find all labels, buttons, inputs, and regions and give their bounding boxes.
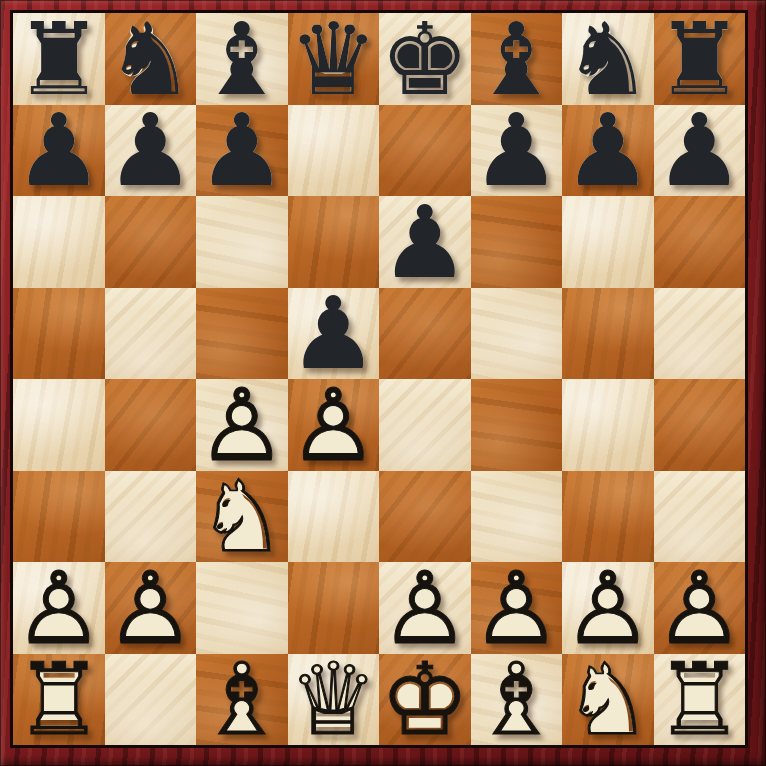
square-f1[interactable]: ♝♗ xyxy=(471,654,563,746)
square-d1[interactable]: ♛♕ xyxy=(288,654,380,746)
piece-white-pawn-h2[interactable]: ♟♙ xyxy=(654,562,746,654)
square-f7[interactable]: ♙♟ xyxy=(471,105,563,197)
square-d5[interactable]: ♙♟ xyxy=(288,288,380,380)
white-bishop-glyph: ♗ xyxy=(196,655,288,746)
square-g6[interactable] xyxy=(562,196,654,288)
white-bishop-glyph: ♗ xyxy=(471,655,563,746)
white-pawn-glyph: ♙ xyxy=(288,380,380,471)
square-e3[interactable] xyxy=(379,471,471,563)
white-rook-glyph: ♖ xyxy=(13,655,105,746)
black-bishop-glyph: ♝ xyxy=(471,14,563,105)
black-pawn-glyph: ♟ xyxy=(13,106,105,197)
square-a3[interactable] xyxy=(13,471,105,563)
square-h1[interactable]: ♜♖ xyxy=(654,654,746,746)
piece-black-pawn-g7[interactable]: ♙♟ xyxy=(562,105,654,197)
piece-black-rook-h8[interactable]: ♖♜ xyxy=(654,13,746,105)
piece-black-bishop-f8[interactable]: ♗♝ xyxy=(471,13,563,105)
piece-white-pawn-c4[interactable]: ♟♙ xyxy=(196,379,288,471)
white-knight-glyph: ♘ xyxy=(196,472,288,563)
black-knight-glyph: ♞ xyxy=(105,14,197,105)
square-f2[interactable]: ♟♙ xyxy=(471,562,563,654)
black-queen-glyph: ♛ xyxy=(288,14,380,105)
black-rook-glyph: ♜ xyxy=(654,14,746,105)
square-d2[interactable] xyxy=(288,562,380,654)
piece-black-pawn-f7[interactable]: ♙♟ xyxy=(471,105,563,197)
square-h4[interactable] xyxy=(654,379,746,471)
piece-black-pawn-a7[interactable]: ♙♟ xyxy=(13,105,105,197)
square-c3[interactable]: ♞♘ xyxy=(196,471,288,563)
black-knight-glyph: ♞ xyxy=(562,14,654,105)
square-b7[interactable]: ♙♟ xyxy=(105,105,197,197)
white-knight-glyph: ♘ xyxy=(562,655,654,746)
piece-black-rook-a8[interactable]: ♖♜ xyxy=(13,13,105,105)
square-c2[interactable] xyxy=(196,562,288,654)
piece-white-rook-h1[interactable]: ♜♖ xyxy=(654,654,746,746)
piece-white-rook-a1[interactable]: ♜♖ xyxy=(13,654,105,746)
black-pawn-glyph: ♟ xyxy=(196,106,288,197)
square-a5[interactable] xyxy=(13,288,105,380)
square-h8[interactable]: ♖♜ xyxy=(654,13,746,105)
piece-black-pawn-h7[interactable]: ♙♟ xyxy=(654,105,746,197)
square-c6[interactable] xyxy=(196,196,288,288)
square-f5[interactable] xyxy=(471,288,563,380)
square-g2[interactable]: ♟♙ xyxy=(562,562,654,654)
square-a7[interactable]: ♙♟ xyxy=(13,105,105,197)
square-g8[interactable]: ♘♞ xyxy=(562,13,654,105)
square-c5[interactable] xyxy=(196,288,288,380)
square-b2[interactable]: ♟♙ xyxy=(105,562,197,654)
square-b6[interactable] xyxy=(105,196,197,288)
square-c4[interactable]: ♟♙ xyxy=(196,379,288,471)
piece-white-pawn-d4[interactable]: ♟♙ xyxy=(288,379,380,471)
square-a4[interactable] xyxy=(13,379,105,471)
piece-white-king-e1[interactable]: ♚♔ xyxy=(379,654,471,746)
square-e2[interactable]: ♟♙ xyxy=(379,562,471,654)
square-d6[interactable] xyxy=(288,196,380,288)
square-g1[interactable]: ♞♘ xyxy=(562,654,654,746)
black-king-glyph: ♚ xyxy=(379,14,471,105)
piece-white-queen-d1[interactable]: ♛♕ xyxy=(288,654,380,746)
square-h7[interactable]: ♙♟ xyxy=(654,105,746,197)
black-bishop-glyph: ♝ xyxy=(196,14,288,105)
square-a2[interactable]: ♟♙ xyxy=(13,562,105,654)
piece-black-pawn-c7[interactable]: ♙♟ xyxy=(196,105,288,197)
black-pawn-glyph: ♟ xyxy=(654,106,746,197)
piece-white-pawn-f2[interactable]: ♟♙ xyxy=(471,562,563,654)
piece-black-bishop-c8[interactable]: ♗♝ xyxy=(196,13,288,105)
square-c1[interactable]: ♝♗ xyxy=(196,654,288,746)
piece-white-bishop-c1[interactable]: ♝♗ xyxy=(196,654,288,746)
piece-white-bishop-f1[interactable]: ♝♗ xyxy=(471,654,563,746)
white-king-glyph: ♔ xyxy=(379,655,471,746)
square-f6[interactable] xyxy=(471,196,563,288)
square-e6[interactable]: ♙♟ xyxy=(379,196,471,288)
square-h5[interactable] xyxy=(654,288,746,380)
chess-board-frame: ♖♜♘♞♗♝♕♛♔♚♗♝♘♞♖♜♙♟♙♟♙♟♙♟♙♟♙♟♙♟♙♟♟♙♟♙♞♘♟♙… xyxy=(0,0,766,766)
square-b5[interactable] xyxy=(105,288,197,380)
square-d3[interactable] xyxy=(288,471,380,563)
piece-white-pawn-b2[interactable]: ♟♙ xyxy=(105,562,197,654)
piece-black-pawn-e6[interactable]: ♙♟ xyxy=(379,196,471,288)
piece-black-knight-b8[interactable]: ♘♞ xyxy=(105,13,197,105)
square-h2[interactable]: ♟♙ xyxy=(654,562,746,654)
piece-white-pawn-e2[interactable]: ♟♙ xyxy=(379,562,471,654)
piece-white-pawn-g2[interactable]: ♟♙ xyxy=(562,562,654,654)
piece-white-knight-g1[interactable]: ♞♘ xyxy=(562,654,654,746)
square-e4[interactable] xyxy=(379,379,471,471)
square-h6[interactable] xyxy=(654,196,746,288)
square-c7[interactable]: ♙♟ xyxy=(196,105,288,197)
white-pawn-glyph: ♙ xyxy=(13,563,105,654)
square-e1[interactable]: ♚♔ xyxy=(379,654,471,746)
square-f8[interactable]: ♗♝ xyxy=(471,13,563,105)
square-b8[interactable]: ♘♞ xyxy=(105,13,197,105)
square-a6[interactable] xyxy=(13,196,105,288)
square-f3[interactable] xyxy=(471,471,563,563)
piece-white-knight-c3[interactable]: ♞♘ xyxy=(196,471,288,563)
piece-black-pawn-b7[interactable]: ♙♟ xyxy=(105,105,197,197)
piece-black-queen-d8[interactable]: ♕♛ xyxy=(288,13,380,105)
square-g7[interactable]: ♙♟ xyxy=(562,105,654,197)
black-rook-glyph: ♜ xyxy=(13,14,105,105)
white-pawn-glyph: ♙ xyxy=(471,563,563,654)
piece-black-pawn-d5[interactable]: ♙♟ xyxy=(288,288,380,380)
piece-white-pawn-a2[interactable]: ♟♙ xyxy=(13,562,105,654)
square-f4[interactable] xyxy=(471,379,563,471)
square-b3[interactable] xyxy=(105,471,197,563)
square-d8[interactable]: ♕♛ xyxy=(288,13,380,105)
square-a1[interactable]: ♜♖ xyxy=(13,654,105,746)
square-g5[interactable] xyxy=(562,288,654,380)
black-pawn-glyph: ♟ xyxy=(288,289,380,380)
square-e7[interactable] xyxy=(379,105,471,197)
white-pawn-glyph: ♙ xyxy=(196,380,288,471)
black-pawn-glyph: ♟ xyxy=(562,106,654,197)
black-pawn-glyph: ♟ xyxy=(471,106,563,197)
square-d7[interactable] xyxy=(288,105,380,197)
square-b4[interactable] xyxy=(105,379,197,471)
square-e8[interactable]: ♔♚ xyxy=(379,13,471,105)
square-g4[interactable] xyxy=(562,379,654,471)
chess-board: ♖♜♘♞♗♝♕♛♔♚♗♝♘♞♖♜♙♟♙♟♙♟♙♟♙♟♙♟♙♟♙♟♟♙♟♙♞♘♟♙… xyxy=(10,10,748,748)
square-a8[interactable]: ♖♜ xyxy=(13,13,105,105)
black-pawn-glyph: ♟ xyxy=(379,197,471,288)
square-b1[interactable] xyxy=(105,654,197,746)
white-rook-glyph: ♖ xyxy=(654,655,746,746)
piece-black-knight-g8[interactable]: ♘♞ xyxy=(562,13,654,105)
white-queen-glyph: ♕ xyxy=(288,655,380,746)
square-h3[interactable] xyxy=(654,471,746,563)
square-c8[interactable]: ♗♝ xyxy=(196,13,288,105)
white-pawn-glyph: ♙ xyxy=(654,563,746,654)
white-pawn-glyph: ♙ xyxy=(379,563,471,654)
piece-black-king-e8[interactable]: ♔♚ xyxy=(379,13,471,105)
square-d4[interactable]: ♟♙ xyxy=(288,379,380,471)
white-pawn-glyph: ♙ xyxy=(105,563,197,654)
white-pawn-glyph: ♙ xyxy=(562,563,654,654)
black-pawn-glyph: ♟ xyxy=(105,106,197,197)
square-g3[interactable] xyxy=(562,471,654,563)
square-e5[interactable] xyxy=(379,288,471,380)
